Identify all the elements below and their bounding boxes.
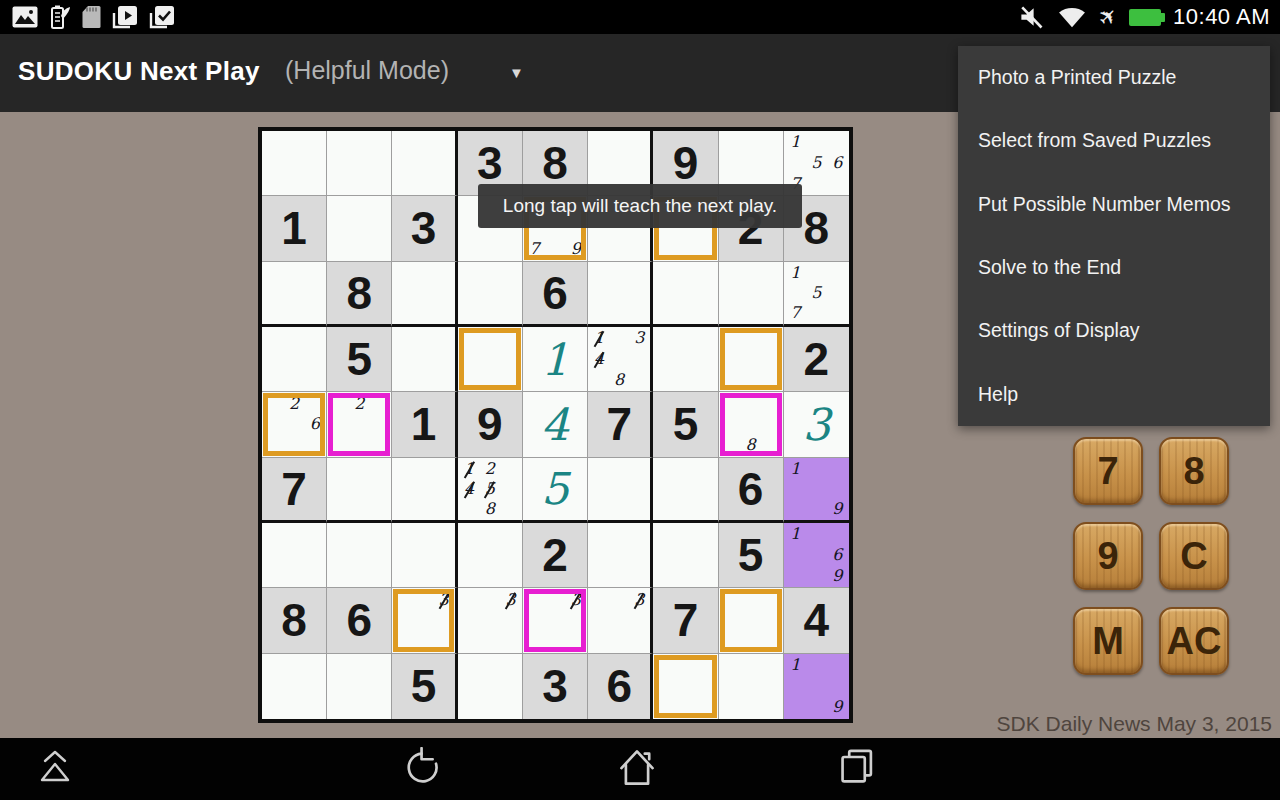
airplane-icon: ✈	[1092, 1, 1123, 32]
pencil-mark-6: 6	[827, 153, 848, 174]
cell-r8c7[interactable]: 7	[653, 588, 718, 653]
hide-navbar-button[interactable]	[23, 744, 87, 794]
clock: 10:40 AM	[1173, 4, 1270, 30]
menu-item-solve-to-the-end[interactable]: Solve to the End	[958, 236, 1270, 299]
pencil-mark-3: 3	[434, 589, 454, 610]
pencil-mark-4: 4	[589, 349, 609, 370]
pencil-mark-5: 5	[806, 283, 827, 303]
home-icon	[617, 747, 657, 791]
pencil-marks: 8	[720, 393, 782, 455]
hint-toast: Long tap will teach the next play.	[478, 184, 802, 228]
cell-r4c2[interactable]: 5	[327, 327, 392, 392]
numpad-button-ac[interactable]: AC	[1159, 607, 1229, 675]
pencil-mark-2: 2	[284, 393, 305, 414]
numpad-button-7[interactable]: 7	[1073, 437, 1143, 505]
pencil-marks: 19	[785, 459, 848, 519]
cell-r7c7[interactable]	[653, 523, 718, 588]
cell-r7c6[interactable]	[588, 523, 653, 588]
pencil-mark-3: 3	[629, 589, 649, 610]
cell-r9c1[interactable]	[262, 654, 327, 719]
given-digit: 7	[653, 588, 717, 652]
recents-button[interactable]	[825, 744, 889, 794]
menu-item-photo-a-printed-puzzle[interactable]: Photo a Printed Puzzle	[958, 46, 1270, 109]
user-digit: 1	[523, 327, 587, 391]
given-digit: 1	[262, 196, 326, 260]
pencil-marks: 2	[328, 393, 390, 455]
pencil-mark-1: 1	[785, 524, 806, 545]
pencil-marks: 3	[459, 589, 521, 651]
play-update-icon	[112, 5, 138, 30]
pencil-mark-7: 7	[524, 239, 545, 260]
back-icon	[406, 747, 446, 791]
cell-r8c6[interactable]: 3	[588, 588, 653, 653]
cell-r1c1[interactable]	[262, 131, 327, 196]
pencil-mark-9: 9	[827, 499, 848, 519]
pencil-marks: 3	[393, 589, 453, 651]
pencil-mark-1: 1	[785, 459, 806, 479]
given-digit: 9	[458, 392, 522, 456]
given-digit: 6	[523, 262, 587, 324]
cell-r2c2[interactable]	[327, 196, 392, 261]
cell-r8c9[interactable]: 4	[784, 588, 849, 653]
cell-r9c2[interactable]	[327, 654, 392, 719]
cell-r5c4[interactable]: 9	[458, 392, 523, 457]
given-digit: 5	[327, 327, 391, 391]
options-menu: Photo a Printed PuzzleSelect from Saved …	[958, 46, 1270, 426]
pencil-mark-3: 3	[500, 589, 521, 610]
cell-r3c9[interactable]: 157	[784, 262, 849, 327]
cell-r7c2[interactable]	[327, 523, 392, 588]
cell-r4c8[interactable]	[719, 327, 784, 392]
hide-navbar-icon	[29, 747, 81, 791]
cell-r9c9[interactable]: 19	[784, 654, 849, 719]
given-digit: 2	[523, 523, 587, 587]
cell-r6c5[interactable]: 5	[523, 458, 588, 523]
pencil-marks: 1348	[589, 328, 649, 390]
system-icons: ✈ 10:40 AM	[1017, 3, 1280, 31]
footer-caption: SDK Daily News May 3, 2015	[997, 712, 1272, 736]
pencil-mark-6: 6	[304, 414, 325, 435]
pencil-marks: 157	[785, 263, 848, 323]
cell-r5c1[interactable]: 26	[262, 392, 327, 457]
pencil-mark-9: 9	[565, 239, 586, 260]
cell-r6c8[interactable]: 6	[719, 458, 784, 523]
cell-r3c6[interactable]	[588, 262, 653, 327]
cell-r5c8[interactable]: 8	[719, 392, 784, 457]
cell-r4c6[interactable]: 1348	[588, 327, 653, 392]
cell-r9c4[interactable]	[458, 654, 523, 719]
status-bar: ✈ 10:40 AM	[0, 0, 1280, 34]
pencil-mark-3: 3	[629, 328, 649, 349]
pencil-mark-1: 1	[785, 132, 806, 153]
given-digit: 3	[523, 654, 587, 719]
recents-icon	[837, 747, 877, 791]
pencil-mark-1: 1	[785, 263, 806, 283]
cell-r5c2[interactable]: 2	[327, 392, 392, 457]
pencil-mark-5: 5	[479, 479, 500, 499]
given-digit: 8	[327, 262, 391, 324]
cell-r9c5[interactable]: 3	[523, 654, 588, 719]
cell-r4c5[interactable]: 1	[523, 327, 588, 392]
given-digit: 6	[719, 458, 783, 520]
mute-icon	[1017, 3, 1045, 31]
given-digit: 3	[392, 196, 454, 260]
given-digit: 5	[392, 654, 454, 719]
given-digit: 7	[262, 458, 326, 520]
pencil-marks: 169	[785, 524, 848, 586]
numpad-button-8[interactable]: 8	[1159, 437, 1229, 505]
numpad-button-m[interactable]: M	[1073, 607, 1143, 675]
cell-r6c7[interactable]	[653, 458, 718, 523]
given-digit: 6	[327, 588, 391, 652]
pencil-mark-9: 9	[827, 566, 848, 587]
user-digit: 3	[784, 392, 849, 456]
pencil-mark-1: 1	[459, 459, 480, 479]
mode-label: (Helpful Mode)	[285, 56, 449, 85]
update-done-icon	[149, 5, 175, 30]
cell-r9c3[interactable]: 5	[392, 654, 457, 719]
battery-saver-icon	[49, 5, 71, 29]
pencil-mark-8: 8	[609, 370, 629, 391]
gallery-icon	[12, 6, 38, 28]
pencil-mark-2: 2	[349, 393, 370, 414]
cell-r4c7[interactable]	[653, 327, 718, 392]
menu-item-settings-of-display[interactable]: Settings of Display	[958, 299, 1270, 362]
user-digit: 5	[523, 458, 587, 520]
cell-r9c7[interactable]	[653, 654, 718, 719]
orange-highlight-ring	[459, 328, 521, 390]
menu-item-put-possible-number-memos[interactable]: Put Possible Number Memos	[958, 173, 1270, 236]
user-digit: 4	[523, 392, 587, 456]
pencil-mark-1: 1	[785, 655, 806, 676]
cell-r9c8[interactable]	[719, 654, 784, 719]
cell-r1c3[interactable]	[392, 131, 457, 196]
cell-r4c9[interactable]: 2	[784, 327, 849, 392]
cell-r2c3[interactable]: 3	[392, 196, 457, 261]
pencil-marks: 26	[263, 393, 325, 455]
pencil-mark-2: 2	[479, 459, 500, 479]
cell-r6c1[interactable]: 7	[262, 458, 327, 523]
cell-r3c3[interactable]	[392, 262, 457, 327]
pencil-marks: 3	[524, 589, 586, 651]
cell-r8c4[interactable]: 3	[458, 588, 523, 653]
cell-r8c3[interactable]: 3	[392, 588, 457, 653]
pencil-marks: 19	[785, 655, 848, 718]
menu-item-help[interactable]: Help	[958, 363, 1270, 426]
cell-r4c4[interactable]	[458, 327, 523, 392]
cell-r1c2[interactable]	[327, 131, 392, 196]
cell-r7c8[interactable]: 5	[719, 523, 784, 588]
sdcard-icon	[82, 5, 101, 29]
cell-r6c2[interactable]	[327, 458, 392, 523]
pencil-mark-8: 8	[479, 499, 500, 519]
menu-item-select-from-saved-puzzles[interactable]: Select from Saved Puzzles	[958, 109, 1270, 172]
cell-r3c2[interactable]: 8	[327, 262, 392, 327]
chevron-down-icon: ▼	[509, 64, 524, 81]
cell-r6c6[interactable]	[588, 458, 653, 523]
given-digit: 4	[784, 588, 849, 652]
cell-r7c5[interactable]: 2	[523, 523, 588, 588]
cell-r3c4[interactable]	[458, 262, 523, 327]
numpad-button-9[interactable]: 9	[1073, 522, 1143, 590]
home-button[interactable]	[605, 744, 669, 794]
cell-r6c3[interactable]	[392, 458, 457, 523]
cell-r5c6[interactable]: 7	[588, 392, 653, 457]
battery-icon	[1129, 9, 1161, 26]
pencil-mark-5: 5	[806, 153, 827, 174]
cell-r7c3[interactable]	[392, 523, 457, 588]
pencil-mark-3: 3	[565, 589, 586, 610]
cell-r3c5[interactable]: 6	[523, 262, 588, 327]
cell-r6c9[interactable]: 19	[784, 458, 849, 523]
cell-r8c1[interactable]: 8	[262, 588, 327, 653]
cell-r8c8[interactable]	[719, 588, 784, 653]
pencil-mark-8: 8	[740, 435, 761, 456]
cell-r8c5[interactable]: 3	[523, 588, 588, 653]
cell-r7c9[interactable]: 169	[784, 523, 849, 588]
cell-r3c8[interactable]	[719, 262, 784, 327]
cell-r9c6[interactable]: 6	[588, 654, 653, 719]
cell-r5c5[interactable]: 4	[523, 392, 588, 457]
wifi-icon	[1057, 5, 1087, 29]
pencil-marks: 12458	[459, 459, 521, 519]
cell-r4c3[interactable]	[392, 327, 457, 392]
given-digit: 1	[392, 392, 454, 456]
cell-r3c7[interactable]	[653, 262, 718, 327]
cell-r2c1[interactable]: 1	[262, 196, 327, 261]
pencil-marks: 3	[589, 589, 649, 651]
cell-r6c4[interactable]: 12458	[458, 458, 523, 523]
pencil-mark-9: 9	[827, 697, 848, 718]
given-digit: 5	[719, 523, 783, 587]
back-button[interactable]	[394, 744, 458, 794]
pencil-mark-4: 4	[459, 479, 480, 499]
notification-icons	[0, 5, 175, 30]
cell-r8c2[interactable]: 6	[327, 588, 392, 653]
mode-dropdown[interactable]: (Helpful Mode) ▼	[285, 56, 524, 85]
navigation-bar	[0, 738, 1280, 800]
cell-r7c1[interactable]	[262, 523, 327, 588]
cell-r4c1[interactable]	[262, 327, 327, 392]
app-title: SUDOKU Next Play	[18, 56, 260, 87]
given-digit: 2	[784, 327, 849, 391]
numpad-button-c[interactable]: C	[1159, 522, 1229, 590]
cell-r7c4[interactable]	[458, 523, 523, 588]
cell-r3c1[interactable]	[262, 262, 327, 327]
given-digit: 8	[262, 588, 326, 652]
given-digit: 6	[588, 654, 650, 719]
given-digit: 5	[653, 392, 717, 456]
orange-highlight-ring	[720, 589, 782, 651]
cell-r5c3[interactable]: 1	[392, 392, 457, 457]
pencil-mark-6: 6	[827, 545, 848, 566]
given-digit: 7	[588, 392, 650, 456]
orange-highlight-ring	[720, 328, 782, 390]
screen: ✈ 10:40 AM SUDOKU Next Play (Helpful Mod…	[0, 0, 1280, 800]
pencil-mark-7: 7	[785, 303, 806, 323]
pencil-mark-1: 1	[589, 328, 609, 349]
cell-r5c7[interactable]: 5	[653, 392, 718, 457]
cell-r5c9[interactable]: 3	[784, 392, 849, 457]
orange-highlight-ring	[654, 655, 716, 718]
